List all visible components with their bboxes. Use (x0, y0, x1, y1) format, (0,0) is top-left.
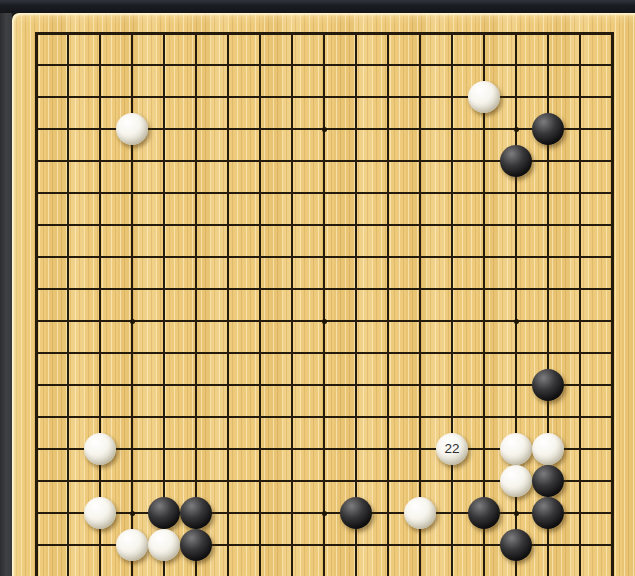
move-number-label: 22 (436, 433, 468, 465)
black-stone (532, 497, 564, 529)
white-stone (500, 433, 532, 465)
white-stone (84, 433, 116, 465)
black-stone (468, 497, 500, 529)
black-stone (532, 113, 564, 145)
black-stone (532, 465, 564, 497)
black-stone (500, 145, 532, 177)
black-stone (148, 497, 180, 529)
stones-grid: 22 (20, 17, 628, 576)
black-stone (500, 529, 532, 561)
black-stone (180, 529, 212, 561)
white-stone (148, 529, 180, 561)
black-stone (180, 497, 212, 529)
go-app-screen: 22 (0, 0, 635, 576)
white-stone (116, 529, 148, 561)
black-stone (340, 497, 372, 529)
black-stone (532, 369, 564, 401)
white-stone (468, 81, 500, 113)
white-stone (84, 497, 116, 529)
white-stone (500, 465, 532, 497)
white-stone (404, 497, 436, 529)
go-board[interactable]: 22 (12, 13, 635, 576)
move-22-stone: 22 (436, 433, 468, 465)
window-top-bar (0, 0, 635, 13)
white-stone (116, 113, 148, 145)
white-stone (532, 433, 564, 465)
left-edge-panel (0, 13, 12, 576)
